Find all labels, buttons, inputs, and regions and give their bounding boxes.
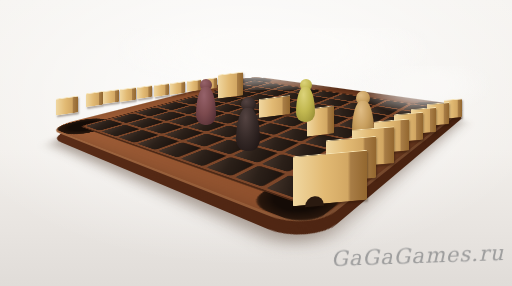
pawn-body — [236, 108, 260, 151]
reserve-wall[interactable] — [293, 150, 367, 206]
reserve-wall[interactable] — [56, 95, 78, 115]
placed-wall[interactable] — [259, 95, 290, 118]
reserve-wall[interactable] — [86, 91, 103, 107]
pawn-black[interactable] — [236, 97, 260, 151]
pawn-body — [296, 87, 315, 122]
pawn-yellow[interactable] — [296, 79, 315, 122]
photo-stage: GaGaGames.ru — [0, 0, 512, 286]
reserve-wall[interactable] — [120, 87, 136, 102]
pawn-body — [196, 87, 216, 125]
reserve-wall[interactable] — [137, 85, 152, 99]
reserve-wall[interactable] — [103, 89, 119, 104]
watermark: GaGaGames.ru — [330, 241, 504, 271]
reserve-wall[interactable] — [170, 81, 185, 95]
placed-wall[interactable] — [218, 71, 243, 98]
reserve-wall[interactable] — [154, 83, 169, 97]
pawn-maroon[interactable] — [196, 79, 216, 125]
